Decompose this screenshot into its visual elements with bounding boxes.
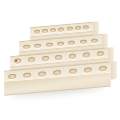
pit-r1-c1[interactable] <box>34 29 40 34</box>
product-photo <box>0 0 120 120</box>
pit-r1-c3[interactable] <box>50 28 56 33</box>
pit-r2-c4[interactable] <box>57 41 64 46</box>
pit-r1-c6[interactable] <box>75 26 81 31</box>
tier-3-right-end-face <box>108 47 114 62</box>
pit-r4-c5[interactable] <box>69 68 77 74</box>
pit-r2-c5[interactable] <box>68 40 75 45</box>
pit-r1-c5[interactable] <box>67 27 73 32</box>
pit-r1-c7[interactable] <box>83 25 89 30</box>
pit-r2-c3[interactable] <box>46 42 53 47</box>
pit-r1-c2[interactable] <box>42 29 48 34</box>
pit-r3-c3[interactable] <box>42 56 49 62</box>
tier-2-right-end-face <box>102 34 108 49</box>
pit-r3-c7[interactable] <box>97 51 104 57</box>
mancala-board <box>3 19 113 99</box>
pit-r3-c4[interactable] <box>55 55 62 61</box>
pit-r3-c6[interactable] <box>83 52 90 58</box>
pit-r4-c7[interactable] <box>99 65 107 71</box>
pit-r4-c4[interactable] <box>53 69 61 75</box>
pit-r3-c2[interactable] <box>28 57 35 63</box>
pit-r2-c6[interactable] <box>80 39 87 44</box>
pit-r4-c2[interactable] <box>23 72 31 78</box>
pit-r4-c1[interactable] <box>8 73 16 79</box>
tier-4-right-end-face <box>111 61 117 80</box>
pit-r1-c4[interactable] <box>58 27 64 32</box>
pit-r4-c6[interactable] <box>84 67 92 73</box>
pit-r4-c3[interactable] <box>38 71 46 77</box>
pit-r2-c2[interactable] <box>34 43 41 48</box>
tier-1-right-end-face <box>93 21 99 35</box>
pit-r3-c5[interactable] <box>69 53 76 59</box>
pit-r2-c7[interactable] <box>91 38 98 43</box>
pit-r2-c1[interactable] <box>23 44 30 49</box>
